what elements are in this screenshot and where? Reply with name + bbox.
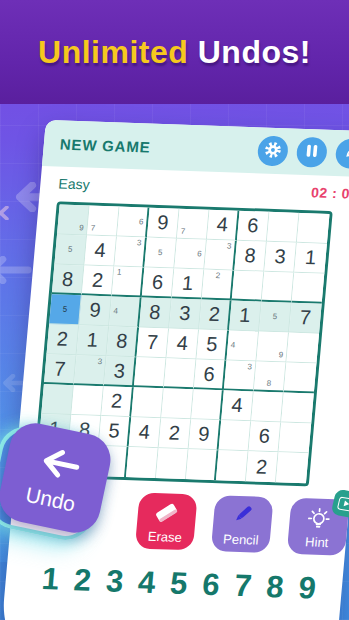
undo-label: Undo <box>23 482 77 516</box>
cell-r9c6[interactable] <box>186 449 219 480</box>
pencil-note: 5 <box>158 248 163 256</box>
promo-banner: Unlimited Undos! <box>0 0 349 104</box>
pencil-note: 3 <box>227 242 232 250</box>
erase-label: Erase <box>147 529 182 545</box>
pencil-note: 5 <box>68 245 73 253</box>
promo-title-highlight: Unlimited <box>38 34 188 70</box>
promo-title-rest: Undos! <box>198 34 311 70</box>
cell-r4c5[interactable]: 3 <box>169 298 202 329</box>
cell-value: 5 <box>197 329 228 359</box>
cell-r2c3[interactable]: 3 <box>114 237 147 268</box>
cell-r3c9[interactable] <box>292 273 325 304</box>
numpad-2[interactable]: 2 <box>72 562 92 599</box>
cell-r5c8[interactable]: 9 <box>256 332 289 363</box>
pencil-note: 3 <box>247 363 252 371</box>
cell-value: 4 <box>167 328 199 358</box>
paintbrush-icon <box>341 143 349 164</box>
cell-value: 2 <box>159 418 191 448</box>
difficulty-label: Easy <box>58 175 91 192</box>
timer: 02 : 02 <box>311 184 349 202</box>
cell-r4c8[interactable]: 5 <box>259 302 292 333</box>
cell-value: 2 <box>246 451 278 482</box>
number-pad: 123456789 <box>4 560 343 608</box>
numpad-3[interactable]: 3 <box>104 563 124 600</box>
cell-value: 4 <box>207 210 238 240</box>
cell-r2c6[interactable]: 3 <box>204 240 237 271</box>
cell-value: 1 <box>229 301 261 331</box>
cell-value: 2 <box>101 386 132 416</box>
cell-r2c7[interactable]: 8 <box>234 241 267 272</box>
cell-r6c5[interactable] <box>164 358 197 389</box>
cell-r7c5[interactable] <box>161 388 194 419</box>
cell-r1c9[interactable] <box>297 213 330 244</box>
cell-value: 6 <box>142 268 173 297</box>
cell-value: 7 <box>44 354 75 383</box>
numpad-6[interactable]: 6 <box>201 567 221 604</box>
cell-r3c4[interactable]: 6 <box>142 268 175 299</box>
cell-r5c4[interactable]: 7 <box>137 327 170 358</box>
pause-icon <box>305 144 318 160</box>
cell-r6c7[interactable]: 3 <box>224 360 257 391</box>
numpad-8[interactable]: 8 <box>265 569 285 606</box>
cell-r1c4[interactable]: 9 <box>147 208 180 239</box>
pencil-note: 8 <box>266 380 271 388</box>
numpad-1[interactable]: 1 <box>40 561 60 598</box>
cell-r1c5[interactable]: 7 <box>177 209 210 240</box>
cell-r2c4[interactable]: 5 <box>144 238 177 269</box>
cell-value: 1 <box>294 243 327 273</box>
pencil-note: 4 <box>113 307 118 315</box>
cell-r1c2[interactable]: 7 <box>87 206 120 237</box>
cell-r5c1[interactable]: 2 <box>47 324 80 355</box>
cell-r6c6[interactable]: 6 <box>194 359 227 390</box>
tool-row: Erase Pencil <box>135 492 349 555</box>
cell-value: 6 <box>194 359 224 388</box>
game-card: NEW GAME <box>0 120 349 620</box>
cell-r3c8[interactable] <box>262 272 295 303</box>
video-play-icon <box>337 496 349 512</box>
gear-icon <box>263 140 283 162</box>
left-arrow-icon <box>30 440 85 488</box>
cell-value: 9 <box>189 419 220 449</box>
cell-value: 1 <box>77 325 109 355</box>
cell-r1c8[interactable] <box>267 212 300 243</box>
cell-r7c9[interactable] <box>281 392 314 423</box>
cell-r2c8[interactable]: 3 <box>264 242 297 273</box>
cell-r7c1[interactable] <box>41 384 74 415</box>
cell-value: 8 <box>52 264 83 293</box>
cell-value: 8 <box>107 326 138 356</box>
cell-value: 3 <box>264 242 296 272</box>
cell-r7c6[interactable] <box>191 389 224 420</box>
pencil-note: 9 <box>79 224 84 232</box>
cell-r4c2[interactable]: 9 <box>79 295 112 326</box>
cell-r3c1[interactable]: 8 <box>52 264 85 295</box>
pencil-note: 9 <box>278 351 283 359</box>
cell-r7c4[interactable] <box>131 387 164 418</box>
cell-value: 7 <box>289 303 322 333</box>
lightbulb-icon <box>303 505 334 537</box>
hint-ad-badge[interactable] <box>331 489 349 519</box>
cell-value: 9 <box>147 208 179 238</box>
undo-button-wrap: Undo <box>0 418 115 537</box>
cell-value: 6 <box>249 421 281 451</box>
left-arrow-icon <box>0 256 32 284</box>
hint-button[interactable]: Hint <box>287 498 349 556</box>
pencil-note: 6 <box>197 250 202 258</box>
cell-r7c8[interactable] <box>251 391 284 422</box>
cell-r9c8[interactable]: 2 <box>246 451 279 482</box>
cell-value: 3 <box>104 356 134 385</box>
header-buttons <box>257 135 349 169</box>
cell-r7c7[interactable]: 4 <box>221 390 254 421</box>
cell-r6c3[interactable]: 3 <box>104 356 137 387</box>
cell-r4c3[interactable]: 4 <box>109 296 142 327</box>
numpad-7[interactable]: 7 <box>233 568 253 605</box>
cell-r5c5[interactable]: 4 <box>166 328 199 359</box>
theme-button[interactable] <box>335 138 349 169</box>
cell-value: 4 <box>84 236 116 266</box>
cell-value: 2 <box>47 324 79 354</box>
cell-r4c7[interactable]: 1 <box>229 301 262 332</box>
cell-r4c1[interactable]: 5 <box>49 294 82 325</box>
cell-r5c7[interactable]: 4 <box>226 331 259 362</box>
cell-r6c4[interactable] <box>134 357 167 388</box>
numpad-4[interactable]: 4 <box>137 565 157 602</box>
cell-r1c1[interactable]: 9 <box>57 205 90 236</box>
cell-r2c2[interactable]: 4 <box>84 236 117 267</box>
cell-r5c2[interactable]: 1 <box>77 325 110 356</box>
pencil-note: 3 <box>137 239 142 247</box>
cell-r1c7[interactable]: 6 <box>237 211 270 242</box>
cell-r4c6[interactable]: 2 <box>199 300 232 331</box>
cell-value: 7 <box>137 327 169 357</box>
pencil-note: 2 <box>215 272 220 280</box>
cell-r8c5[interactable]: 2 <box>159 418 192 449</box>
pause-button[interactable] <box>296 137 329 168</box>
cell-r5c9[interactable] <box>286 333 319 364</box>
cell-r1c6[interactable]: 4 <box>207 210 240 241</box>
cell-r6c1[interactable]: 7 <box>44 354 77 385</box>
cell-r2c5[interactable]: 6 <box>174 239 207 270</box>
pencil-note: 6 <box>139 218 144 226</box>
pencil-note: 5 <box>272 313 277 321</box>
cell-r5c6[interactable]: 5 <box>196 329 229 360</box>
pencil-icon <box>229 503 258 533</box>
cell-r3c3[interactable]: 1 <box>112 266 145 297</box>
cell-r5c3[interactable]: 8 <box>107 326 140 357</box>
pencil-label: Pencil <box>222 531 259 547</box>
cell-r3c5[interactable]: 1 <box>172 269 205 300</box>
page-title: NEW GAME <box>59 135 151 155</box>
cell-value: 8 <box>139 297 171 327</box>
eraser-icon <box>152 500 183 530</box>
cell-r9c9[interactable] <box>276 452 309 483</box>
cell-r6c2[interactable]: 3 <box>74 355 107 386</box>
cell-r4c4[interactable]: 8 <box>139 297 172 328</box>
cell-r8c9[interactable] <box>279 422 312 453</box>
cell-r3c2[interactable]: 2 <box>82 265 115 296</box>
cell-value: 4 <box>221 390 253 420</box>
cell-r2c9[interactable]: 1 <box>294 243 327 274</box>
cell-value: 1 <box>172 269 203 298</box>
pencil-note: 5 <box>62 305 67 313</box>
settings-button[interactable] <box>257 135 290 166</box>
numpad-5[interactable]: 5 <box>169 566 189 603</box>
cell-r7c2[interactable] <box>71 385 104 416</box>
pencil-note: 3 <box>97 358 102 366</box>
undo-button[interactable]: Undo <box>0 418 115 537</box>
cell-r9c7[interactable] <box>216 450 249 481</box>
cell-r8c4[interactable]: 4 <box>129 417 162 448</box>
pencil-note: 4 <box>230 341 235 349</box>
cell-r3c7[interactable] <box>232 271 265 302</box>
cell-value: 6 <box>237 211 269 241</box>
cell-value: 3 <box>169 298 201 328</box>
cell-r6c9[interactable] <box>284 363 317 394</box>
cell-r3c6[interactable]: 2 <box>202 270 235 301</box>
left-arrow-icon <box>0 206 12 220</box>
cell-r4c9[interactable]: 7 <box>289 303 322 334</box>
cell-value: 9 <box>79 295 111 325</box>
pencil-note: 1 <box>117 269 122 277</box>
cell-r6c8[interactable]: 8 <box>254 361 287 392</box>
cell-r2c1[interactable]: 5 <box>54 234 87 265</box>
erase-button[interactable]: Erase <box>135 492 198 550</box>
cell-r8c7[interactable] <box>219 420 252 451</box>
promo-title: Unlimited Undos! <box>38 34 311 71</box>
cell-r9c5[interactable] <box>156 448 189 479</box>
numpad-9[interactable]: 9 <box>297 570 317 607</box>
pencil-note: 7 <box>90 225 95 233</box>
pencil-button[interactable]: Pencil <box>211 495 274 553</box>
cell-r7c3[interactable]: 2 <box>101 386 134 417</box>
cell-r1c3[interactable]: 6 <box>117 207 150 238</box>
cell-r9c4[interactable] <box>126 447 159 478</box>
cell-value: 2 <box>199 300 230 330</box>
pencil-note: 7 <box>180 228 185 236</box>
cell-r8c8[interactable]: 6 <box>249 421 282 452</box>
cell-value: 4 <box>129 417 161 447</box>
cell-r8c6[interactable]: 9 <box>189 419 222 450</box>
cell-value: 8 <box>234 241 266 271</box>
cell-value: 2 <box>82 265 113 294</box>
